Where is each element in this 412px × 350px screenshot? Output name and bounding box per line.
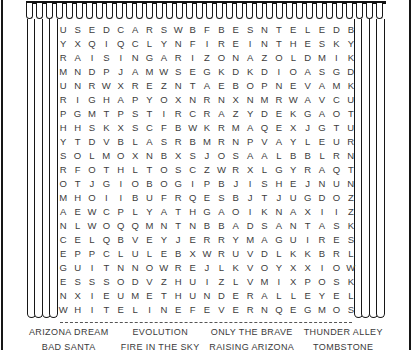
grid-cell-r9c18[interactable]: L [300,135,314,149]
grid-cell-r9c1[interactable]: Y [56,135,70,149]
grid-cell-r14c12[interactable]: A [214,205,228,219]
grid-cell-r18c21[interactable]: W [344,261,358,275]
grid-cell-r8c11[interactable]: K [200,121,214,135]
grid-cell-r3c11[interactable]: Z [200,51,214,65]
grid-cell-r16c5[interactable]: B [114,233,128,247]
grid-cell-r15c7[interactable]: M [142,219,156,233]
grid-cell-r21c12[interactable]: V [214,303,228,317]
grid-cell-r21c20[interactable]: O [329,303,343,317]
grid-cell-r16c9[interactable]: J [171,233,185,247]
grid-cell-r20c5[interactable]: U [114,289,128,303]
grid-cell-r13c18[interactable]: G [300,191,314,205]
grid-cell-r8c20[interactable]: T [329,121,343,135]
grid-cell-r6c4[interactable]: H [99,93,113,107]
grid-cell-r14c21[interactable]: Z [344,205,358,219]
grid-cell-r1c8[interactable]: S [157,23,171,37]
grid-cell-r3c1[interactable]: R [56,51,70,65]
grid-cell-r12c4[interactable]: G [99,177,113,191]
grid-cell-r17c16[interactable]: L [272,247,286,261]
grid-cell-r2c9[interactable]: N [171,37,185,51]
grid-cell-r12c19[interactable]: N [315,177,329,191]
grid-cell-r4c18[interactable]: A [300,65,314,79]
grid-cell-r13c9[interactable]: R [171,191,185,205]
grid-cell-r3c15[interactable]: Z [257,51,271,65]
grid-cell-r16c19[interactable]: R [315,233,329,247]
grid-cell-r15c10[interactable]: N [185,219,199,233]
grid-cell-r2c19[interactable]: S [315,37,329,51]
grid-cell-r18c4[interactable]: T [99,261,113,275]
grid-cell-r10c16[interactable]: L [272,149,286,163]
grid-cell-r11c14[interactable]: X [243,163,257,177]
grid-cell-r16c15[interactable]: A [257,233,271,247]
grid-cell-r1c19[interactable]: E [315,23,329,37]
grid-cell-r3c14[interactable]: A [243,51,257,65]
grid-cell-r12c5[interactable]: I [114,177,128,191]
grid-cell-r7c8[interactable]: I [157,107,171,121]
grid-cell-r10c11[interactable]: J [200,149,214,163]
grid-cell-r2c5[interactable]: Q [114,37,128,51]
grid-cell-r21c15[interactable]: N [257,303,271,317]
grid-cell-r18c14[interactable]: V [243,261,257,275]
grid-cell-r10c8[interactable]: B [157,149,171,163]
grid-cell-r4c7[interactable]: M [142,65,156,79]
grid-cell-r5c19[interactable]: A [315,79,329,93]
grid-cell-r5c12[interactable]: E [214,79,228,93]
grid-cell-r12c15[interactable]: S [257,177,271,191]
grid-cell-r12c12[interactable]: B [214,177,228,191]
grid-cell-r11c9[interactable]: S [171,163,185,177]
grid-cell-r10c1[interactable]: S [56,149,70,163]
grid-cell-r18c8[interactable]: W [157,261,171,275]
grid-cell-r5c21[interactable]: K [344,79,358,93]
grid-cell-r15c12[interactable]: B [214,219,228,233]
grid-cell-r20c2[interactable]: X [70,289,84,303]
grid-cell-r5c5[interactable]: X [114,79,128,93]
grid-cell-r7c2[interactable]: G [70,107,84,121]
grid-cell-r13c10[interactable]: Q [185,191,199,205]
grid-cell-r2c3[interactable]: Q [85,37,99,51]
grid-cell-r3c7[interactable]: G [142,51,156,65]
grid-cell-r2c21[interactable]: Y [344,37,358,51]
grid-cell-r10c15[interactable]: A [257,149,271,163]
grid-cell-r14c11[interactable]: G [200,205,214,219]
grid-cell-r5c6[interactable]: R [128,79,142,93]
grid-cell-r11c20[interactable]: Q [329,163,343,177]
grid-cell-r10c6[interactable]: X [128,149,142,163]
grid-cell-r16c21[interactable]: S [344,233,358,247]
grid-cell-r9c8[interactable]: S [157,135,171,149]
grid-cell-r3c2[interactable]: A [70,51,84,65]
grid-cell-r8c1[interactable]: H [56,121,70,135]
grid-cell-r6c7[interactable]: Y [142,93,156,107]
grid-cell-r13c12[interactable]: S [214,191,228,205]
grid-cell-r16c7[interactable]: E [142,233,156,247]
grid-cell-r16c3[interactable]: L [85,233,99,247]
grid-cell-r18c12[interactable]: L [214,261,228,275]
grid-cell-r14c17[interactable]: A [286,205,300,219]
grid-cell-r7c14[interactable]: Y [243,107,257,121]
grid-cell-r1c10[interactable]: B [185,23,199,37]
grid-cell-r9c20[interactable]: U [329,135,343,149]
grid-cell-r9c10[interactable]: B [185,135,199,149]
grid-cell-r11c8[interactable]: O [157,163,171,177]
grid-cell-r11c4[interactable]: T [99,163,113,177]
grid-cell-r19c20[interactable]: S [329,275,343,289]
grid-cell-r2c13[interactable]: E [229,37,243,51]
grid-cell-r12c1[interactable]: O [56,177,70,191]
grid-cell-r6c18[interactable]: A [300,93,314,107]
grid-cell-r7c9[interactable]: R [171,107,185,121]
grid-cell-r19c10[interactable]: U [185,275,199,289]
grid-cell-r10c20[interactable]: R [329,149,343,163]
grid-cell-r8c9[interactable]: B [171,121,185,135]
grid-cell-r11c16[interactable]: G [272,163,286,177]
grid-cell-r14c8[interactable]: A [157,205,171,219]
grid-cell-r13c14[interactable]: J [243,191,257,205]
grid-cell-r3c3[interactable]: I [85,51,99,65]
grid-cell-r12c20[interactable]: U [329,177,343,191]
grid-cell-r13c15[interactable]: T [257,191,271,205]
grid-cell-r10c3[interactable]: L [85,149,99,163]
grid-cell-r12c6[interactable]: O [128,177,142,191]
grid-cell-r13c2[interactable]: H [70,191,84,205]
grid-cell-r21c7[interactable]: I [142,303,156,317]
grid-cell-r20c10[interactable]: U [185,289,199,303]
grid-cell-r11c2[interactable]: F [70,163,84,177]
grid-cell-r12c16[interactable]: H [272,177,286,191]
grid-cell-r15c1[interactable]: N [56,219,70,233]
grid-cell-r7c5[interactable]: P [114,107,128,121]
grid-cell-r15c8[interactable]: N [157,219,171,233]
grid-cell-r7c3[interactable]: M [85,107,99,121]
grid-cell-r3c21[interactable]: K [344,51,358,65]
grid-cell-r13c19[interactable]: D [315,191,329,205]
grid-cell-r1c1[interactable]: U [56,23,70,37]
grid-cell-r19c2[interactable]: S [70,275,84,289]
grid-cell-r2c4[interactable]: I [99,37,113,51]
grid-cell-r17c7[interactable]: L [142,247,156,261]
grid-cell-r16c4[interactable]: Q [99,233,113,247]
grid-cell-r16c11[interactable]: R [200,233,214,247]
grid-cell-r13c11[interactable]: E [200,191,214,205]
grid-cell-r14c14[interactable]: I [243,205,257,219]
grid-cell-r16c8[interactable]: Y [157,233,171,247]
grid-cell-r5c1[interactable]: U [56,79,70,93]
grid-cell-r9c15[interactable]: V [257,135,271,149]
grid-cell-r14c10[interactable]: H [185,205,199,219]
grid-cell-r6c9[interactable]: X [171,93,185,107]
grid-cell-r5c3[interactable]: R [85,79,99,93]
grid-cell-r13c1[interactable]: M [56,191,70,205]
grid-cell-r1c2[interactable]: S [70,23,84,37]
grid-cell-r3c5[interactable]: I [114,51,128,65]
grid-cell-r11c11[interactable]: Z [200,163,214,177]
grid-cell-r6c15[interactable]: M [257,93,271,107]
grid-cell-r2c17[interactable]: H [286,37,300,51]
grid-cell-r17c13[interactable]: U [229,247,243,261]
grid-cell-r10c5[interactable]: O [114,149,128,163]
grid-cell-r13c20[interactable]: O [329,191,343,205]
grid-cell-r20c8[interactable]: T [157,289,171,303]
grid-cell-r21c10[interactable]: F [185,303,199,317]
grid-cell-r18c15[interactable]: O [257,261,271,275]
grid-cell-r6c5[interactable]: A [114,93,128,107]
grid-cell-r15c4[interactable]: O [99,219,113,233]
grid-cell-r18c17[interactable]: X [286,261,300,275]
grid-cell-r7c10[interactable]: C [185,107,199,121]
grid-cell-r2c1[interactable]: Y [56,37,70,51]
grid-cell-r7c20[interactable]: O [329,107,343,121]
grid-cell-r11c5[interactable]: H [114,163,128,177]
grid-cell-r21c8[interactable]: N [157,303,171,317]
grid-cell-r5c17[interactable]: E [286,79,300,93]
grid-cell-r4c19[interactable]: S [315,65,329,79]
grid-cell-r16c14[interactable]: M [243,233,257,247]
grid-cell-r8c5[interactable]: X [114,121,128,135]
grid-cell-r15c21[interactable]: K [344,219,358,233]
grid-cell-r12c7[interactable]: B [142,177,156,191]
grid-cell-r8c8[interactable]: F [157,121,171,135]
grid-cell-r17c3[interactable]: P [85,247,99,261]
grid-cell-r17c12[interactable]: R [214,247,228,261]
grid-cell-r1c14[interactable]: S [243,23,257,37]
grid-cell-r10c21[interactable]: N [344,149,358,163]
grid-cell-r17c6[interactable]: U [128,247,142,261]
grid-cell-r2c11[interactable]: I [200,37,214,51]
grid-cell-r2c16[interactable]: T [272,37,286,51]
grid-cell-r9c4[interactable]: V [99,135,113,149]
grid-cell-r2c8[interactable]: Y [157,37,171,51]
grid-cell-r4c4[interactable]: P [99,65,113,79]
grid-cell-r6c21[interactable]: U [344,93,358,107]
grid-cell-r19c5[interactable]: O [114,275,128,289]
grid-cell-r17c17[interactable]: K [286,247,300,261]
grid-cell-r20c15[interactable]: A [257,289,271,303]
grid-cell-r19c17[interactable]: X [286,275,300,289]
grid-cell-r8c18[interactable]: J [300,121,314,135]
grid-cell-r15c17[interactable]: N [286,219,300,233]
grid-cell-r19c6[interactable]: D [128,275,142,289]
grid-cell-r12c2[interactable]: T [70,177,84,191]
grid-cell-r12c11[interactable]: P [200,177,214,191]
grid-cell-r8c2[interactable]: H [70,121,84,135]
grid-cell-r2c6[interactable]: C [128,37,142,51]
grid-cell-r7c15[interactable]: D [257,107,271,121]
grid-cell-r14c13[interactable]: O [229,205,243,219]
grid-cell-r15c19[interactable]: A [315,219,329,233]
grid-cell-r1c20[interactable]: D [329,23,343,37]
grid-cell-r14c15[interactable]: K [257,205,271,219]
grid-cell-r8c19[interactable]: G [315,121,329,135]
grid-cell-r15c9[interactable]: T [171,219,185,233]
grid-cell-r20c19[interactable]: Y [315,289,329,303]
grid-cell-r2c7[interactable]: L [142,37,156,51]
grid-cell-r20c14[interactable]: R [243,289,257,303]
grid-cell-r8c7[interactable]: C [142,121,156,135]
grid-cell-r6c14[interactable]: N [243,93,257,107]
grid-cell-r12c10[interactable]: I [185,177,199,191]
grid-cell-r18c10[interactable]: E [185,261,199,275]
grid-cell-r5c9[interactable]: N [171,79,185,93]
grid-cell-r16c1[interactable]: C [56,233,70,247]
grid-cell-r14c4[interactable]: C [99,205,113,219]
grid-cell-r20c7[interactable]: E [142,289,156,303]
grid-cell-r4c1[interactable]: M [56,65,70,79]
grid-cell-r8c16[interactable]: E [272,121,286,135]
grid-cell-r4c9[interactable]: S [171,65,185,79]
grid-cell-r1c6[interactable]: A [128,23,142,37]
grid-cell-r19c4[interactable]: S [99,275,113,289]
grid-cell-r5c16[interactable]: N [272,79,286,93]
grid-cell-r17c14[interactable]: V [243,247,257,261]
grid-cell-r14c5[interactable]: P [114,205,128,219]
grid-cell-r13c6[interactable]: B [128,191,142,205]
grid-cell-r19c15[interactable]: M [257,275,271,289]
grid-cell-r11c7[interactable]: T [142,163,156,177]
grid-cell-r9c16[interactable]: A [272,135,286,149]
grid-cell-r5c14[interactable]: O [243,79,257,93]
grid-cell-r5c18[interactable]: V [300,79,314,93]
grid-cell-r13c8[interactable]: F [157,191,171,205]
grid-cell-r20c17[interactable]: L [286,289,300,303]
grid-cell-r7c18[interactable]: G [300,107,314,121]
grid-cell-r14c6[interactable]: L [128,205,142,219]
grid-cell-r19c16[interactable]: I [272,275,286,289]
grid-cell-r6c16[interactable]: R [272,93,286,107]
grid-cell-r5c15[interactable]: P [257,79,271,93]
grid-cell-r7c12[interactable]: A [214,107,228,121]
grid-cell-r17c10[interactable]: X [185,247,199,261]
grid-cell-r6c11[interactable]: R [200,93,214,107]
grid-cell-r13c5[interactable]: I [114,191,128,205]
grid-cell-r15c13[interactable]: A [229,219,243,233]
grid-cell-r21c21[interactable]: S [344,303,358,317]
grid-cell-r4c5[interactable]: J [114,65,128,79]
grid-cell-r1c12[interactable]: B [214,23,228,37]
grid-cell-r11c18[interactable]: R [300,163,314,177]
grid-cell-r17c15[interactable]: D [257,247,271,261]
grid-cell-r19c18[interactable]: P [300,275,314,289]
grid-cell-r6c13[interactable]: X [229,93,243,107]
grid-cell-r3c6[interactable]: N [128,51,142,65]
grid-cell-r21c3[interactable]: I [85,303,99,317]
grid-cell-r4c17[interactable]: O [286,65,300,79]
grid-cell-r12c17[interactable]: E [286,177,300,191]
grid-cell-r11c13[interactable]: R [229,163,243,177]
grid-cell-r18c11[interactable]: J [200,261,214,275]
grid-cell-r17c9[interactable]: B [171,247,185,261]
grid-cell-r5c11[interactable]: A [200,79,214,93]
grid-cell-r5c7[interactable]: E [142,79,156,93]
grid-cell-r16c2[interactable]: E [70,233,84,247]
grid-cell-r11c19[interactable]: A [315,163,329,177]
grid-cell-r16c6[interactable]: V [128,233,142,247]
grid-cell-r20c1[interactable]: N [56,289,70,303]
grid-cell-r20c20[interactable]: E [329,289,343,303]
grid-cell-r15c15[interactable]: S [257,219,271,233]
grid-cell-r4c11[interactable]: G [200,65,214,79]
grid-cell-r18c19[interactable]: I [315,261,329,275]
grid-cell-r21c11[interactable]: E [200,303,214,317]
grid-cell-r1c3[interactable]: E [85,23,99,37]
grid-cell-r14c16[interactable]: N [272,205,286,219]
grid-cell-r1c17[interactable]: E [286,23,300,37]
grid-cell-r21c9[interactable]: E [171,303,185,317]
grid-cell-r11c15[interactable]: L [257,163,271,177]
grid-cell-r15c5[interactable]: Q [114,219,128,233]
grid-cell-r18c16[interactable]: Y [272,261,286,275]
grid-cell-r10c9[interactable]: X [171,149,185,163]
grid-cell-r10c7[interactable]: N [142,149,156,163]
grid-cell-r19c12[interactable]: Z [214,275,228,289]
grid-cell-r14c9[interactable]: T [171,205,185,219]
grid-cell-r20c4[interactable]: E [99,289,113,303]
grid-cell-r6c6[interactable]: P [128,93,142,107]
grid-cell-r17c1[interactable]: E [56,247,70,261]
grid-cell-r7c21[interactable]: T [344,107,358,121]
grid-cell-r9c6[interactable]: L [128,135,142,149]
grid-cell-r1c5[interactable]: C [114,23,128,37]
grid-cell-r18c9[interactable]: R [171,261,185,275]
grid-cell-r18c20[interactable]: O [329,261,343,275]
grid-cell-r9c7[interactable]: A [142,135,156,149]
grid-cell-r9c2[interactable]: T [70,135,84,149]
grid-cell-r7c7[interactable]: T [142,107,156,121]
grid-cell-r21c14[interactable]: R [243,303,257,317]
grid-cell-r20c13[interactable]: E [229,289,243,303]
grid-cell-r16c10[interactable]: E [185,233,199,247]
grid-cell-r9c14[interactable]: P [243,135,257,149]
grid-cell-r13c16[interactable]: J [272,191,286,205]
grid-cell-r9c11[interactable]: M [200,135,214,149]
grid-cell-r21c19[interactable]: M [315,303,329,317]
grid-cell-r5c4[interactable]: W [99,79,113,93]
grid-cell-r2c2[interactable]: X [70,37,84,51]
grid-cell-r15c11[interactable]: B [200,219,214,233]
grid-cell-r4c10[interactable]: E [185,65,199,79]
grid-cell-r17c2[interactable]: P [70,247,84,261]
grid-cell-r4c21[interactable]: D [344,65,358,79]
grid-cell-r1c16[interactable]: T [272,23,286,37]
grid-cell-r8c12[interactable]: R [214,121,228,135]
grid-cell-r1c9[interactable]: W [171,23,185,37]
grid-cell-r16c18[interactable]: I [300,233,314,247]
grid-cell-r10c2[interactable]: O [70,149,84,163]
grid-cell-r21c18[interactable]: G [300,303,314,317]
grid-cell-r18c18[interactable]: X [300,261,314,275]
grid-cell-r18c2[interactable]: U [70,261,84,275]
grid-cell-r3c16[interactable]: O [272,51,286,65]
grid-cell-r2c18[interactable]: E [300,37,314,51]
grid-cell-r13c4[interactable]: I [99,191,113,205]
grid-cell-r4c2[interactable]: N [70,65,84,79]
grid-cell-r2c14[interactable]: I [243,37,257,51]
grid-cell-r17c8[interactable]: E [157,247,171,261]
grid-cell-r6c1[interactable]: R [56,93,70,107]
grid-cell-r15c16[interactable]: A [272,219,286,233]
grid-cell-r17c20[interactable]: R [329,247,343,261]
grid-cell-r8c17[interactable]: X [286,121,300,135]
grid-cell-r13c3[interactable]: O [85,191,99,205]
grid-cell-r3c10[interactable]: I [185,51,199,65]
grid-cell-r3c18[interactable]: D [300,51,314,65]
grid-cell-r14c1[interactable]: A [56,205,70,219]
grid-cell-r15c14[interactable]: D [243,219,257,233]
grid-cell-r20c6[interactable]: M [128,289,142,303]
grid-cell-r2c15[interactable]: N [257,37,271,51]
grid-cell-r19c1[interactable]: E [56,275,70,289]
grid-cell-r2c10[interactable]: F [185,37,199,51]
